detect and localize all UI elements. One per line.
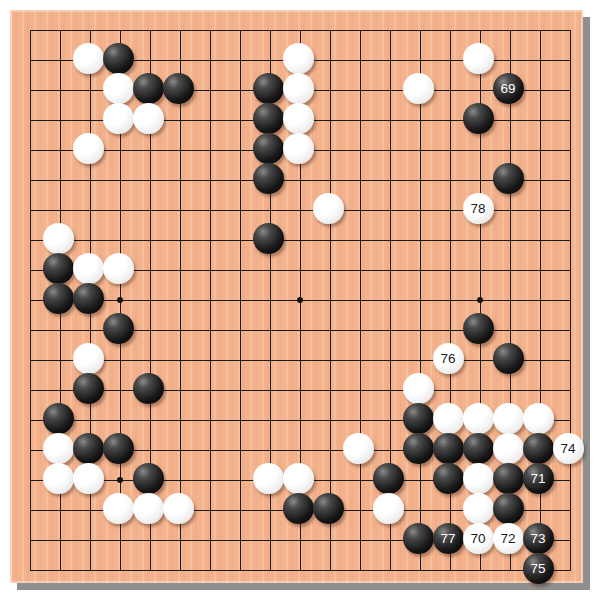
stone-black [43,403,74,434]
stone-black [403,523,434,554]
stone-black [493,493,524,524]
stone-white [523,403,554,434]
stone-black [523,433,554,464]
stone-black: 75 [523,553,554,584]
stone-white [493,403,524,434]
stone-white [463,403,494,434]
stone-white [73,463,104,494]
stone-black: 77 [433,523,464,554]
stone-white [163,493,194,524]
stone-black [103,433,134,464]
stone-white [43,223,74,254]
stone-white [463,463,494,494]
move-number-label: 75 [530,553,545,584]
stone-white: 78 [463,193,494,224]
stone-black [253,133,284,164]
move-number-label: 78 [470,193,485,224]
stone-black [313,493,344,524]
stone-black [403,433,434,464]
move-number-label: 76 [440,343,455,374]
stone-black [253,163,284,194]
stone-black [463,103,494,134]
stone-black: 73 [523,523,554,554]
stone-black [493,343,524,374]
stone-white [73,343,104,374]
stone-black [463,313,494,344]
star-point [117,297,123,303]
stone-black [463,433,494,464]
stone-white [463,493,494,524]
stone-black [493,163,524,194]
stone-white [373,493,404,524]
stone-black [103,313,134,344]
stone-white [103,73,134,104]
star-point [297,297,303,303]
move-number-label: 71 [530,463,545,494]
stone-black [493,463,524,494]
stone-white [283,73,314,104]
stone-white [103,103,134,134]
stone-black [433,433,464,464]
stone-black [133,373,164,404]
stone-black [253,103,284,134]
stone-black [433,463,464,494]
stone-black [253,223,284,254]
stone-white [313,193,344,224]
stone-black [283,493,314,524]
move-number-label: 69 [500,73,515,104]
move-number-label: 77 [440,523,455,554]
stone-white [283,103,314,134]
stone-black [43,283,74,314]
stone-white [73,133,104,164]
stone-white [403,73,434,104]
stone-black [73,283,104,314]
stone-white [103,493,134,524]
stone-white [463,43,494,74]
stone-black [103,43,134,74]
stone-white [253,463,284,494]
stone-black [253,73,284,104]
stone-white: 74 [553,433,584,464]
stone-black [73,373,104,404]
stone-white [283,43,314,74]
stone-white [73,253,104,284]
stone-white [343,433,374,464]
stone-white [493,433,524,464]
star-point [477,297,483,303]
move-number-label: 72 [500,523,515,554]
move-number-label: 73 [530,523,545,554]
stone-white [283,463,314,494]
stone-white: 76 [433,343,464,374]
stone-white [433,403,464,434]
go-board[interactable]: 69787674717770727375 [10,10,583,583]
stone-white [43,463,74,494]
stone-black [133,73,164,104]
move-number-label: 74 [560,433,575,464]
stone-black: 71 [523,463,554,494]
stone-black [73,433,104,464]
stone-black [43,253,74,284]
stone-black [403,403,434,434]
stone-white [283,133,314,164]
stone-white [403,373,434,404]
stone-black: 69 [493,73,524,104]
stone-white: 70 [463,523,494,554]
stone-black [163,73,194,104]
move-number-label: 70 [470,523,485,554]
stone-black [373,463,404,494]
stone-white: 72 [493,523,524,554]
stone-white [73,43,104,74]
stone-black [133,463,164,494]
stone-white [43,433,74,464]
stone-white [133,493,164,524]
stone-white [133,103,164,134]
stone-white [103,253,134,284]
star-point [117,477,123,483]
